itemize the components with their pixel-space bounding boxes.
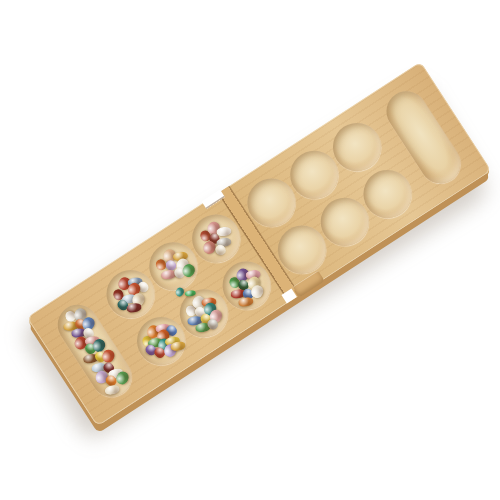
mancala-board bbox=[27, 61, 492, 426]
mancala-board-scene bbox=[27, 61, 492, 426]
hinge-notch-top bbox=[202, 189, 225, 209]
